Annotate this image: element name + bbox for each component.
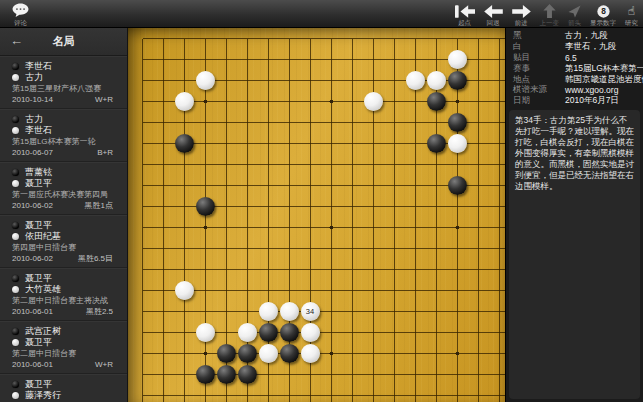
white-stone-bullet (12, 74, 19, 81)
white-player-name: 古力 (25, 71, 43, 84)
event-name: 第二届中日擂台赛 (12, 349, 119, 358)
black-stone-bullet (12, 381, 19, 388)
white-stone-D17 (196, 71, 215, 90)
black-stone-bullet (12, 116, 19, 123)
white-stone-bullet (12, 286, 19, 293)
info-value: 韩国京畿道昆池岩度假村 (565, 74, 643, 86)
black-stone-Q15 (448, 113, 467, 132)
games-list: 李世石古力第15届三星财产杯八强赛2010-10-14W+R古力李世石第15届L… (0, 56, 127, 402)
first-arrow-icon (455, 3, 475, 18)
white-stone-Q14 (448, 134, 467, 153)
black-stone-bullet (12, 328, 19, 335)
black-stone-E3 (217, 365, 236, 384)
board-viewport: 34 (128, 28, 505, 402)
white-stone-bullet (12, 127, 19, 134)
info-value: 2010年6月7日 (565, 95, 619, 107)
toolbar-show-numbers-label: 显示数字 (590, 19, 616, 28)
toolbar-forward-button[interactable]: 前进 (512, 3, 531, 28)
info-label: 日期 (506, 95, 565, 107)
black-stone-G5 (259, 323, 278, 342)
game-list-item[interactable]: 武宫正树聂卫平第二届中日擂台赛2010-06-01W+R (0, 321, 127, 374)
white-stone-J6: 34 (301, 302, 320, 321)
toolbar-right-group: 起点回退前进上一变箭头8显示数字☝研究 (455, 3, 639, 28)
black-stone-bullet (12, 63, 19, 70)
info-row: 棋谱来源www.xgoo.org (506, 85, 643, 96)
game-list-item[interactable]: 李世石古力第15届三星财产杯八强赛2010-10-14W+R (0, 56, 127, 109)
white-stone-bullet (12, 392, 19, 399)
white-player-name: 聂卫平 (25, 336, 52, 349)
toolbar-start-button[interactable]: 起点 (455, 3, 475, 28)
move-number-label: 34 (301, 302, 320, 321)
toolbar-arrow-button[interactable]: 箭头 (568, 3, 581, 28)
game-info-panel: 黑古力，九段白李世石，九段贴目6.5赛事第15届LG杯本赛第一轮地点韩国京畿道昆… (505, 28, 643, 402)
game-result: W+R (95, 95, 113, 105)
toolbar-forward-label: 前进 (515, 19, 528, 28)
black-stone-bullet (12, 222, 19, 229)
commentary-box[interactable]: 第34手：古力第25手为什么不先打吃一手呢？难以理解。现在打吃，白棋会反打，现在… (509, 110, 640, 399)
white-stone-G6 (259, 302, 278, 321)
game-date: 2010-06-01 (12, 360, 53, 370)
black-stone-P14 (427, 134, 446, 153)
game-date: 2010-10-14 (12, 95, 53, 105)
white-stone-bullet (12, 233, 19, 240)
game-date: 2010-06-07 (12, 148, 53, 158)
toolbar-arrow-label: 箭头 (568, 19, 581, 28)
toolbar-start-label: 起点 (458, 19, 471, 28)
white-stone-J5 (301, 323, 320, 342)
white-player-name: 李世石 (25, 124, 52, 137)
toolbar-comments-button[interactable]: 评论 (12, 3, 29, 28)
white-stone-P17 (427, 71, 446, 90)
speech-bubble-icon (12, 3, 29, 18)
black-stone-C14 (175, 134, 194, 153)
black-stone-H5 (280, 323, 299, 342)
game-date: 2010-06-01 (12, 307, 53, 317)
toolbar-back-button[interactable]: 回退 (484, 3, 503, 28)
info-value: www.xgoo.org (565, 85, 618, 95)
game-result: 黑胜2.5 (86, 307, 113, 317)
info-row: 地点韩国京畿道昆池岩度假村 (506, 74, 643, 85)
white-player-name: 藤泽秀行 (25, 389, 61, 402)
white-stone-J4 (301, 344, 320, 363)
game-list-item[interactable]: 聂卫平藤泽秀行第一届中日擂台赛 (0, 374, 127, 402)
event-name: 第一届应氏杯赛决赛第四局 (12, 190, 119, 199)
black-stone-F3 (238, 365, 257, 384)
game-result: B+R (97, 148, 113, 158)
game-date: 2010-06-02 (12, 254, 53, 264)
info-row: 赛事第15届LG杯本赛第一轮 (506, 63, 643, 74)
game-result: 黑胜1点 (85, 201, 113, 211)
left-arrow-icon (484, 3, 503, 18)
toolbar-back-label: 回退 (487, 19, 500, 28)
event-name: 第15届三星财产杯八强赛 (12, 84, 119, 93)
white-stone-D5 (196, 323, 215, 342)
game-list-item[interactable]: 聂卫平大竹英雄第二届中日擂台赛主将决战2010-06-01黑胜2.5 (0, 268, 127, 321)
black-stone-D11 (196, 197, 215, 216)
white-player-name: 聂卫平 (25, 177, 52, 190)
game-info-rows: 黑古力，九段白李世石，九段贴目6.5赛事第15届LG杯本赛第一轮地点韩国京畿道昆… (506, 28, 643, 107)
toolbar-study-button[interactable]: ☝研究 (625, 3, 638, 28)
game-list-item[interactable]: 古力李世石第15届LG杯本赛第一轮2010-06-07B+R (0, 109, 127, 162)
games-sidebar: ← 名局 李世石古力第15届三星财产杯八强赛2010-10-14W+R古力李世石… (0, 28, 128, 402)
event-name: 第15届LG杯本赛第一轮 (12, 137, 119, 146)
toolbar-prev-variation-button[interactable]: 上一变 (540, 3, 560, 28)
info-row: 黑古力，九段 (506, 31, 643, 42)
game-result: 黑胜6.5目 (78, 254, 113, 264)
cursor-icon (568, 3, 581, 18)
toolbar-prev-variation-label: 上一变 (540, 19, 560, 28)
toolbar-show-numbers-button[interactable]: 8显示数字 (590, 3, 616, 28)
black-stone-D3 (196, 365, 215, 384)
back-arrow-icon[interactable]: ← (10, 33, 23, 49)
svg-text:8: 8 (601, 6, 606, 16)
white-stone-O17 (406, 71, 425, 90)
black-stone-Q12 (448, 176, 467, 195)
event-name: 第二届中日擂台赛主将决战 (12, 296, 119, 305)
event-name: 第四届中日擂台赛 (12, 243, 119, 252)
up-arrow-icon (543, 3, 556, 18)
white-stone-bullet (12, 180, 19, 187)
white-stone-C7 (175, 281, 194, 300)
game-date: 2010-06-02 (12, 201, 53, 211)
toolbar-left-group: 评论 (12, 3, 29, 28)
black-stone-F4 (238, 344, 257, 363)
game-result: W+R (95, 360, 113, 370)
black-stone-Q17 (448, 71, 467, 90)
white-stone-F5 (238, 323, 257, 342)
right-arrow-icon (512, 3, 531, 18)
game-list-item[interactable]: 聂卫平依田纪基第四届中日擂台赛2010-06-02黑胜6.5目 (0, 215, 127, 268)
black-stone-P16 (427, 92, 446, 111)
go-board[interactable]: 34 (128, 28, 505, 402)
white-player-name: 依田纪基 (25, 230, 61, 243)
white-stone-C16 (175, 92, 194, 111)
white-stone-bullet (12, 339, 19, 346)
info-value: 6.5 (565, 53, 577, 63)
sidebar-header: ← 名局 (0, 28, 127, 56)
white-stone-H6 (280, 302, 299, 321)
game-list-item[interactable]: 曹薰铉聂卫平第一届应氏杯赛决赛第四局2010-06-02黑胜1点 (0, 162, 127, 215)
info-value: 李世石，九段 (565, 41, 616, 53)
white-stone-M16 (364, 92, 383, 111)
toolbar-study-label: 研究 (625, 19, 638, 28)
info-row: 白李世石，九段 (506, 42, 643, 53)
info-row: 日期2010年6月7日 (506, 96, 643, 107)
toolbar-comments-label: 评论 (14, 19, 27, 28)
black-stone-bullet (12, 169, 19, 176)
hand-icon: ☝ (628, 3, 635, 18)
black-stone-H4 (280, 344, 299, 363)
white-player-name: 大竹英雄 (25, 283, 61, 296)
top-toolbar: 评论 起点回退前进上一变箭头8显示数字☝研究 (0, 0, 643, 28)
black-stone-bullet (12, 275, 19, 282)
white-stone-G4 (259, 344, 278, 363)
white-stone-Q18 (448, 50, 467, 69)
info-row: 贴目6.5 (506, 53, 643, 64)
black-stone-E4 (217, 344, 236, 363)
circled-number-icon: 8 (597, 3, 610, 18)
